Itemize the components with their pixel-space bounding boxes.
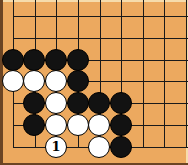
board-intersection [175, 49, 188, 71]
board-intersection [153, 92, 175, 114]
board-intersection [89, 49, 111, 71]
board-intersection [153, 5, 175, 27]
board-intersection [45, 49, 67, 71]
black-stone [45, 49, 67, 71]
white-stone-move-1: 1 [45, 136, 67, 158]
board-intersection [132, 92, 154, 114]
black-stone [2, 49, 24, 71]
board-intersection [175, 136, 188, 158]
board-intersection [153, 136, 175, 158]
board-intersection [89, 114, 111, 136]
board-intersection [89, 136, 111, 158]
black-stone [88, 92, 110, 114]
board-intersection [67, 5, 89, 27]
board-intersection [45, 5, 67, 27]
black-stone [23, 49, 45, 71]
board-intersection [153, 114, 175, 136]
board-intersection [24, 114, 46, 136]
black-stone [23, 114, 45, 136]
white-stone [23, 70, 45, 92]
board-intersection [24, 70, 46, 92]
board-intersection [24, 49, 46, 71]
board-intersection [2, 114, 24, 136]
board-intersection [153, 27, 175, 49]
board-intersection [89, 70, 111, 92]
black-stone [110, 136, 132, 158]
white-stone [45, 92, 67, 114]
board-intersection [110, 5, 132, 27]
board-intersection [175, 92, 188, 114]
board-intersection [132, 5, 154, 27]
board-intersection [45, 70, 67, 92]
board-intersection: 1 [45, 136, 67, 158]
go-board: 1 [0, 0, 188, 165]
board-intersection [24, 92, 46, 114]
board-intersection [67, 27, 89, 49]
board-intersection [132, 27, 154, 49]
board-intersection [175, 5, 188, 27]
black-stone [67, 49, 89, 71]
board-intersection [110, 49, 132, 71]
board-intersection [175, 27, 188, 49]
white-stone [45, 70, 67, 92]
board-intersection [2, 136, 24, 158]
white-stone [2, 70, 24, 92]
board-intersection [24, 27, 46, 49]
board-intersection [67, 136, 89, 158]
white-stone [88, 114, 110, 136]
board-intersection [2, 5, 24, 27]
board-intersection [2, 70, 24, 92]
black-stone [67, 70, 89, 92]
board-intersection [175, 114, 188, 136]
board-intersection [89, 27, 111, 49]
board-intersection [45, 92, 67, 114]
white-stone [45, 114, 67, 136]
black-stone [110, 92, 132, 114]
board-intersection [24, 5, 46, 27]
board-intersection [110, 70, 132, 92]
board-intersection [110, 114, 132, 136]
board-intersection [45, 114, 67, 136]
board-intersection [67, 92, 89, 114]
black-stone [110, 114, 132, 136]
board-intersection [132, 49, 154, 71]
board-intersection [45, 27, 67, 49]
board-intersection [2, 92, 24, 114]
white-stone [67, 114, 89, 136]
go-board-grid: 1 [2, 5, 188, 158]
board-intersection [2, 49, 24, 71]
board-intersection [110, 27, 132, 49]
board-intersection [89, 92, 111, 114]
board-intersection [132, 70, 154, 92]
move-number-label: 1 [52, 140, 61, 153]
board-intersection [24, 136, 46, 158]
black-stone [67, 92, 89, 114]
board-intersection [132, 136, 154, 158]
board-intersection [67, 49, 89, 71]
board-intersection [153, 70, 175, 92]
board-intersection [153, 49, 175, 71]
board-intersection [67, 70, 89, 92]
board-intersection [2, 27, 24, 49]
board-intersection [89, 5, 111, 27]
board-intersection [132, 114, 154, 136]
board-intersection [175, 70, 188, 92]
board-intersection [110, 92, 132, 114]
board-intersection [67, 114, 89, 136]
black-stone [23, 92, 45, 114]
board-intersection [110, 136, 132, 158]
white-stone [88, 136, 110, 158]
